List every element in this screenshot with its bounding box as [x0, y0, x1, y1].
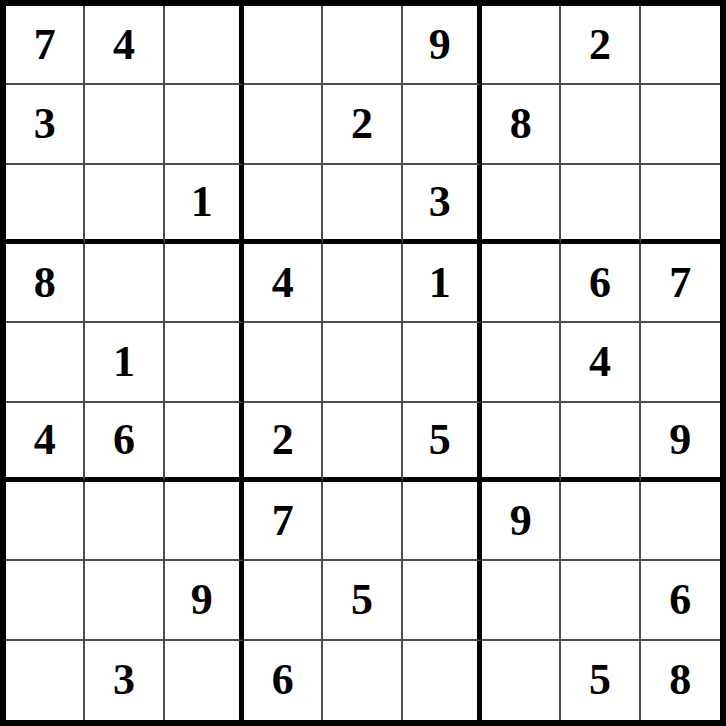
- cell-r2c4-empty[interactable]: [244, 85, 323, 164]
- cell-r6c5-empty[interactable]: [323, 403, 402, 482]
- cell-r2c6-empty[interactable]: [403, 85, 482, 164]
- cell-r1c4-empty[interactable]: [244, 6, 323, 85]
- cell-r4c9-given: 7: [641, 244, 720, 323]
- cell-r7c6-empty[interactable]: [403, 482, 482, 561]
- cell-r1c8-given: 2: [561, 6, 640, 85]
- cell-r7c2-empty[interactable]: [85, 482, 164, 561]
- cell-r1c1-given: 7: [6, 6, 85, 85]
- cell-r8c1-empty[interactable]: [6, 561, 85, 640]
- cell-r3c6-given: 3: [403, 165, 482, 244]
- cell-r2c8-empty[interactable]: [561, 85, 640, 164]
- cell-r9c5-empty[interactable]: [323, 641, 402, 720]
- cell-r9c9-given: 8: [641, 641, 720, 720]
- cell-r8c3-given: 9: [165, 561, 244, 640]
- cell-r7c7-given: 9: [482, 482, 561, 561]
- cell-r4c7-empty[interactable]: [482, 244, 561, 323]
- cell-r9c4-given: 6: [244, 641, 323, 720]
- cell-r1c9-empty[interactable]: [641, 6, 720, 85]
- cell-r7c3-empty[interactable]: [165, 482, 244, 561]
- cell-r2c7-given: 8: [482, 85, 561, 164]
- cell-r9c8-given: 5: [561, 641, 640, 720]
- cell-r8c2-empty[interactable]: [85, 561, 164, 640]
- cell-r8c8-empty[interactable]: [561, 561, 640, 640]
- cell-r1c2-given: 4: [85, 6, 164, 85]
- cell-r1c3-empty[interactable]: [165, 6, 244, 85]
- cell-r8c6-empty[interactable]: [403, 561, 482, 640]
- cell-r4c3-empty[interactable]: [165, 244, 244, 323]
- cell-r2c5-given: 2: [323, 85, 402, 164]
- cell-r3c2-empty[interactable]: [85, 165, 164, 244]
- cell-r1c5-empty[interactable]: [323, 6, 402, 85]
- cell-r7c9-empty[interactable]: [641, 482, 720, 561]
- cell-r3c5-empty[interactable]: [323, 165, 402, 244]
- cell-r5c3-empty[interactable]: [165, 323, 244, 402]
- cell-r8c9-given: 6: [641, 561, 720, 640]
- cell-r4c5-empty[interactable]: [323, 244, 402, 323]
- cell-r5c5-empty[interactable]: [323, 323, 402, 402]
- cell-r8c5-given: 5: [323, 561, 402, 640]
- cell-r6c2-given: 6: [85, 403, 164, 482]
- cell-r2c9-empty[interactable]: [641, 85, 720, 164]
- cell-r5c2-given: 1: [85, 323, 164, 402]
- cell-r6c8-empty[interactable]: [561, 403, 640, 482]
- cell-r3c9-empty[interactable]: [641, 165, 720, 244]
- cell-r3c8-empty[interactable]: [561, 165, 640, 244]
- cell-r7c5-empty[interactable]: [323, 482, 402, 561]
- cell-r5c6-empty[interactable]: [403, 323, 482, 402]
- cell-r7c1-empty[interactable]: [6, 482, 85, 561]
- cell-r5c7-empty[interactable]: [482, 323, 561, 402]
- cell-r9c6-empty[interactable]: [403, 641, 482, 720]
- cell-r4c4-given: 4: [244, 244, 323, 323]
- cell-r1c7-empty[interactable]: [482, 6, 561, 85]
- cell-r5c4-empty[interactable]: [244, 323, 323, 402]
- cell-r2c3-empty[interactable]: [165, 85, 244, 164]
- cell-r8c7-empty[interactable]: [482, 561, 561, 640]
- cell-r9c2-given: 3: [85, 641, 164, 720]
- cell-r4c1-given: 8: [6, 244, 85, 323]
- cell-r9c1-empty[interactable]: [6, 641, 85, 720]
- cell-r5c9-empty[interactable]: [641, 323, 720, 402]
- cell-r3c7-empty[interactable]: [482, 165, 561, 244]
- cell-r3c1-empty[interactable]: [6, 165, 85, 244]
- cell-r7c8-empty[interactable]: [561, 482, 640, 561]
- cell-r8c4-empty[interactable]: [244, 561, 323, 640]
- cell-r3c3-given: 1: [165, 165, 244, 244]
- cell-r4c8-given: 6: [561, 244, 640, 323]
- cell-r5c1-empty[interactable]: [6, 323, 85, 402]
- cell-r4c6-given: 1: [403, 244, 482, 323]
- cell-r9c7-empty[interactable]: [482, 641, 561, 720]
- cell-r6c3-empty[interactable]: [165, 403, 244, 482]
- cell-r1c6-given: 9: [403, 6, 482, 85]
- sudoku-board: 749232813841671446259799563658: [0, 0, 726, 726]
- cell-r5c8-given: 4: [561, 323, 640, 402]
- cell-r6c6-given: 5: [403, 403, 482, 482]
- cell-r6c4-given: 2: [244, 403, 323, 482]
- cell-r6c9-given: 9: [641, 403, 720, 482]
- cell-r4c2-empty[interactable]: [85, 244, 164, 323]
- cell-r9c3-empty[interactable]: [165, 641, 244, 720]
- cell-r2c1-given: 3: [6, 85, 85, 164]
- cell-r6c7-empty[interactable]: [482, 403, 561, 482]
- cell-r7c4-given: 7: [244, 482, 323, 561]
- cell-r3c4-empty[interactable]: [244, 165, 323, 244]
- cell-r2c2-empty[interactable]: [85, 85, 164, 164]
- cell-r6c1-given: 4: [6, 403, 85, 482]
